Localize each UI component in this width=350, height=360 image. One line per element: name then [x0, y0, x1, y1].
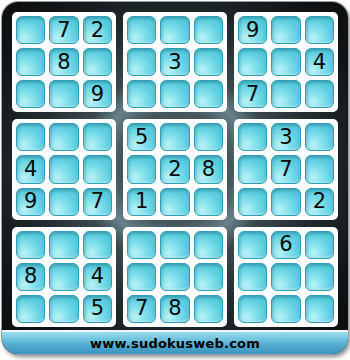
cell-r8c4[interactable]: [127, 263, 156, 291]
cell-r4c6[interactable]: [194, 123, 223, 151]
cell-r7c8[interactable]: 6: [271, 231, 300, 259]
cell-r8c9[interactable]: [305, 263, 334, 291]
cell-r1c2[interactable]: 7: [49, 16, 78, 44]
cell-r6c7[interactable]: [238, 188, 267, 216]
cell-r9c1[interactable]: [16, 295, 45, 323]
cell-r6c2[interactable]: [49, 188, 78, 216]
cell-r9c4[interactable]: 7: [127, 295, 156, 323]
cell-r3c8[interactable]: [271, 80, 300, 108]
cell-r1c7[interactable]: 9: [238, 16, 267, 44]
cell-r2c5[interactable]: 3: [160, 48, 189, 76]
sudoku-grid: 728939474975281372845786: [2, 2, 348, 330]
cell-r8c3[interactable]: 4: [83, 263, 112, 291]
cell-r1c6[interactable]: [194, 16, 223, 44]
cell-r9c8[interactable]: [271, 295, 300, 323]
cell-r9c5[interactable]: 8: [160, 295, 189, 323]
cell-r9c6[interactable]: [194, 295, 223, 323]
cell-r3c1[interactable]: [16, 80, 45, 108]
cell-r1c4[interactable]: [127, 16, 156, 44]
sudoku-box-6: 372: [234, 119, 338, 219]
sudoku-box-5: 5281: [123, 119, 227, 219]
footer-bar: www.sudokusweb.com: [2, 330, 348, 354]
cell-r4c8[interactable]: 3: [271, 123, 300, 151]
cell-r5c4[interactable]: [127, 155, 156, 183]
cell-r4c5[interactable]: [160, 123, 189, 151]
cell-r2c4[interactable]: [127, 48, 156, 76]
sudoku-box-2: 3: [123, 12, 227, 112]
cell-r8c5[interactable]: [160, 263, 189, 291]
cell-r5c7[interactable]: [238, 155, 267, 183]
sudoku-box-3: 947: [234, 12, 338, 112]
cell-r2c7[interactable]: [238, 48, 267, 76]
cell-r6c9[interactable]: 2: [305, 188, 334, 216]
cell-r4c7[interactable]: [238, 123, 267, 151]
cell-r9c7[interactable]: [238, 295, 267, 323]
cell-r1c1[interactable]: [16, 16, 45, 44]
cell-r4c9[interactable]: [305, 123, 334, 151]
cell-r6c5[interactable]: [160, 188, 189, 216]
cell-r7c3[interactable]: [83, 231, 112, 259]
cell-r8c1[interactable]: 8: [16, 263, 45, 291]
cell-r6c1[interactable]: 9: [16, 188, 45, 216]
cell-r3c2[interactable]: [49, 80, 78, 108]
cell-r6c8[interactable]: [271, 188, 300, 216]
cell-r6c6[interactable]: [194, 188, 223, 216]
cell-r8c7[interactable]: [238, 263, 267, 291]
cell-r5c6[interactable]: 8: [194, 155, 223, 183]
cell-r2c3[interactable]: [83, 48, 112, 76]
cell-r3c9[interactable]: [305, 80, 334, 108]
cell-r3c6[interactable]: [194, 80, 223, 108]
cell-r5c1[interactable]: 4: [16, 155, 45, 183]
cell-r3c4[interactable]: [127, 80, 156, 108]
cell-r3c5[interactable]: [160, 80, 189, 108]
cell-r9c3[interactable]: 5: [83, 295, 112, 323]
cell-r7c5[interactable]: [160, 231, 189, 259]
cell-r1c8[interactable]: [271, 16, 300, 44]
cell-r3c7[interactable]: 7: [238, 80, 267, 108]
cell-r7c7[interactable]: [238, 231, 267, 259]
cell-r1c3[interactable]: 2: [83, 16, 112, 44]
cell-r6c4[interactable]: 1: [127, 188, 156, 216]
cell-r8c6[interactable]: [194, 263, 223, 291]
page: 728939474975281372845786 www.sudokusweb.…: [0, 0, 350, 360]
cell-r2c6[interactable]: [194, 48, 223, 76]
cell-r8c2[interactable]: [49, 263, 78, 291]
cell-r5c8[interactable]: 7: [271, 155, 300, 183]
cell-r7c4[interactable]: [127, 231, 156, 259]
cell-r1c9[interactable]: [305, 16, 334, 44]
cell-r3c3[interactable]: 9: [83, 80, 112, 108]
cell-r4c1[interactable]: [16, 123, 45, 151]
cell-r5c2[interactable]: [49, 155, 78, 183]
cell-r4c2[interactable]: [49, 123, 78, 151]
cell-r5c5[interactable]: 2: [160, 155, 189, 183]
cell-r2c9[interactable]: 4: [305, 48, 334, 76]
cell-r2c2[interactable]: 8: [49, 48, 78, 76]
cell-r7c6[interactable]: [194, 231, 223, 259]
cell-r2c1[interactable]: [16, 48, 45, 76]
cell-r4c3[interactable]: [83, 123, 112, 151]
cell-r6c3[interactable]: 7: [83, 188, 112, 216]
sudoku-board: 728939474975281372845786 www.sudokusweb.…: [2, 2, 348, 354]
cell-r1c5[interactable]: [160, 16, 189, 44]
cell-r9c2[interactable]: [49, 295, 78, 323]
sudoku-box-7: 845: [12, 227, 116, 327]
cell-r8c8[interactable]: [271, 263, 300, 291]
footer-url-link[interactable]: www.sudokusweb.com: [90, 336, 260, 351]
sudoku-box-4: 497: [12, 119, 116, 219]
cell-r7c1[interactable]: [16, 231, 45, 259]
sudoku-box-8: 78: [123, 227, 227, 327]
cell-r9c9[interactable]: [305, 295, 334, 323]
cell-r7c2[interactable]: [49, 231, 78, 259]
cell-r4c4[interactable]: 5: [127, 123, 156, 151]
cell-r5c9[interactable]: [305, 155, 334, 183]
cell-r7c9[interactable]: [305, 231, 334, 259]
sudoku-box-9: 6: [234, 227, 338, 327]
cell-r5c3[interactable]: [83, 155, 112, 183]
cell-r2c8[interactable]: [271, 48, 300, 76]
sudoku-box-1: 7289: [12, 12, 116, 112]
